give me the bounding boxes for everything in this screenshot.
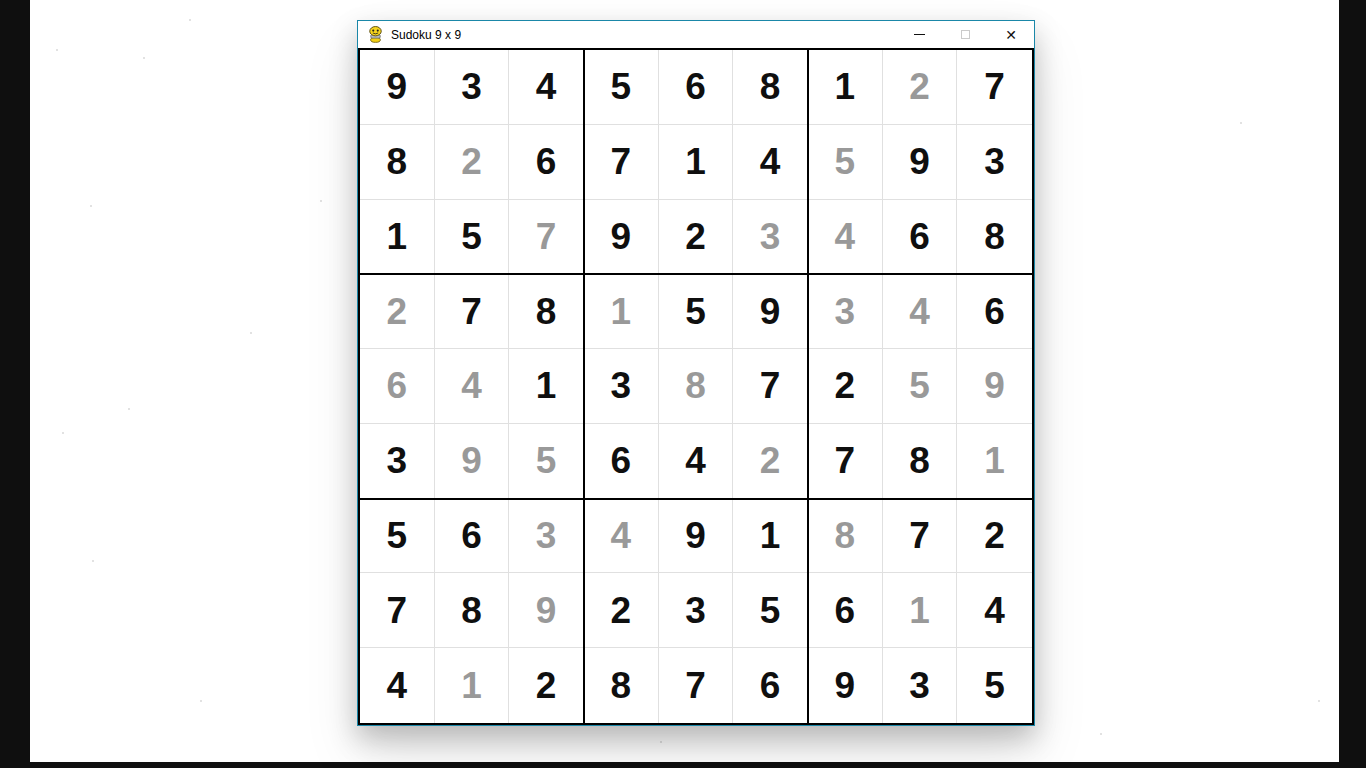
- cell-r6c4[interactable]: 6: [584, 424, 659, 499]
- cell-digit: 3: [835, 293, 856, 330]
- cell-r4c9[interactable]: 6: [957, 274, 1032, 349]
- cell-r7c9[interactable]: 2: [957, 499, 1032, 574]
- cell-digit: 7: [984, 68, 1005, 105]
- cell-r5c8[interactable]: 5: [883, 349, 958, 424]
- desktop-speck: [200, 700, 202, 702]
- cell-r2c3[interactable]: 6: [509, 125, 584, 200]
- desktop-speck: [92, 560, 94, 562]
- cell-digit: 6: [461, 517, 482, 554]
- cell-digit: 3: [685, 592, 706, 629]
- pygame-snake-icon: [367, 26, 384, 43]
- sudoku-board: 9345681278267145931579234682781593466413…: [358, 48, 1034, 725]
- close-button[interactable]: ✕: [988, 21, 1034, 48]
- cell-r6c2[interactable]: 9: [435, 424, 510, 499]
- cell-r8c4[interactable]: 2: [584, 573, 659, 648]
- cell-digit: 4: [984, 592, 1005, 629]
- cell-r4c6[interactable]: 9: [733, 274, 808, 349]
- desktop-speck: [62, 432, 64, 434]
- cell-digit: 7: [835, 442, 856, 479]
- cell-r1c8[interactable]: 2: [883, 50, 958, 125]
- cell-digit: 6: [984, 293, 1005, 330]
- cell-digit: 8: [387, 143, 408, 180]
- desktop-speck: [250, 332, 252, 334]
- cell-r9c6[interactable]: 6: [733, 648, 808, 723]
- cell-digit: 1: [387, 218, 408, 255]
- cell-digit: 2: [536, 667, 557, 704]
- cell-r2c8[interactable]: 9: [883, 125, 958, 200]
- cell-digit: 8: [685, 367, 706, 404]
- cell-r6c9[interactable]: 1: [957, 424, 1032, 499]
- cell-digit: 9: [611, 218, 632, 255]
- cell-digit: 9: [984, 367, 1005, 404]
- cell-r1c9[interactable]: 7: [957, 50, 1032, 125]
- cell-r1c4[interactable]: 5: [584, 50, 659, 125]
- box-line-vertical-1: [583, 50, 585, 723]
- cell-digit: 3: [536, 517, 557, 554]
- screen-edge-right-bar: [1339, 0, 1366, 768]
- cell-r8c1[interactable]: 7: [360, 573, 435, 648]
- cell-digit: 7: [611, 143, 632, 180]
- cell-r5c1[interactable]: 6: [360, 349, 435, 424]
- cell-r3c5[interactable]: 2: [659, 200, 734, 275]
- cell-r1c7[interactable]: 1: [808, 50, 883, 125]
- cell-r6c7[interactable]: 7: [808, 424, 883, 499]
- cell-digit: 2: [685, 218, 706, 255]
- cell-r5c5[interactable]: 8: [659, 349, 734, 424]
- cell-digit: 5: [909, 367, 930, 404]
- cell-r5c2[interactable]: 4: [435, 349, 510, 424]
- cell-r8c8[interactable]: 1: [883, 573, 958, 648]
- cell-digit: 5: [685, 293, 706, 330]
- cell-digit: 2: [909, 68, 930, 105]
- desktop-speck: [660, 741, 662, 743]
- cell-r9c8[interactable]: 3: [883, 648, 958, 723]
- desktop-speck: [90, 205, 92, 207]
- sudoku-grid: 9345681278267145931579234682781593466413…: [360, 50, 1032, 723]
- cell-digit: 7: [685, 667, 706, 704]
- sudoku-window: Sudoku 9 x 9 ✕ 9345681278267145931579234…: [357, 20, 1035, 726]
- cell-digit: 3: [461, 68, 482, 105]
- cell-digit: 5: [835, 143, 856, 180]
- cell-r4c2[interactable]: 7: [435, 274, 510, 349]
- cell-r2c1[interactable]: 8: [360, 125, 435, 200]
- cell-digit: 5: [536, 442, 557, 479]
- cell-digit: 9: [536, 592, 557, 629]
- cell-digit: 5: [461, 218, 482, 255]
- cell-r3c3[interactable]: 7: [509, 200, 584, 275]
- desktop-speck: [189, 19, 191, 21]
- cell-r9c2[interactable]: 1: [435, 648, 510, 723]
- cell-r1c1[interactable]: 9: [360, 50, 435, 125]
- cell-digit: 4: [685, 442, 706, 479]
- cell-digit: 4: [536, 68, 557, 105]
- cell-digit: 1: [611, 293, 632, 330]
- cell-r8c3[interactable]: 9: [509, 573, 584, 648]
- cell-r3c8[interactable]: 6: [883, 200, 958, 275]
- cell-r2c5[interactable]: 1: [659, 125, 734, 200]
- cell-r2c2[interactable]: 2: [435, 125, 510, 200]
- cell-digit: 2: [984, 517, 1005, 554]
- cell-r2c4[interactable]: 7: [584, 125, 659, 200]
- cell-digit: 8: [835, 517, 856, 554]
- cell-r3c6[interactable]: 3: [733, 200, 808, 275]
- cell-digit: 1: [685, 143, 706, 180]
- cell-digit: 7: [536, 218, 557, 255]
- cell-r4c5[interactable]: 5: [659, 274, 734, 349]
- cell-digit: 1: [760, 517, 781, 554]
- cell-r5c7[interactable]: 2: [808, 349, 883, 424]
- box-line-vertical-2: [807, 50, 809, 723]
- cell-r6c1[interactable]: 3: [360, 424, 435, 499]
- cell-digit: 6: [835, 592, 856, 629]
- cell-r8c6[interactable]: 5: [733, 573, 808, 648]
- cell-r7c5[interactable]: 9: [659, 499, 734, 574]
- cell-digit: 4: [909, 293, 930, 330]
- cell-digit: 8: [760, 68, 781, 105]
- cell-digit: 9: [760, 293, 781, 330]
- cell-digit: 6: [685, 68, 706, 105]
- cell-digit: 1: [835, 68, 856, 105]
- cell-r9c5[interactable]: 7: [659, 648, 734, 723]
- screen-edge-left-bar: [0, 0, 30, 768]
- cell-digit: 2: [611, 592, 632, 629]
- titlebar[interactable]: Sudoku 9 x 9 ✕: [358, 21, 1034, 48]
- cell-digit: 5: [984, 667, 1005, 704]
- cell-r2c9[interactable]: 3: [957, 125, 1032, 200]
- cell-digit: 6: [611, 442, 632, 479]
- cell-digit: 4: [387, 667, 408, 704]
- cell-r6c5[interactable]: 4: [659, 424, 734, 499]
- cell-digit: 8: [984, 218, 1005, 255]
- cell-r8c7[interactable]: 6: [808, 573, 883, 648]
- cell-r8c9[interactable]: 4: [957, 573, 1032, 648]
- desktop-speck: [128, 408, 130, 410]
- cell-r6c3[interactable]: 5: [509, 424, 584, 499]
- cell-digit: 5: [760, 592, 781, 629]
- cell-digit: 9: [835, 667, 856, 704]
- cell-digit: 8: [536, 293, 557, 330]
- window-title: Sudoku 9 x 9: [391, 28, 461, 42]
- cell-r3c7[interactable]: 4: [808, 200, 883, 275]
- cell-r5c9[interactable]: 9: [957, 349, 1032, 424]
- cell-digit: 6: [536, 143, 557, 180]
- cell-digit: 6: [387, 367, 408, 404]
- cell-digit: 6: [909, 218, 930, 255]
- cell-r5c4[interactable]: 3: [584, 349, 659, 424]
- cell-digit: 7: [760, 367, 781, 404]
- cell-r9c3[interactable]: 2: [509, 648, 584, 723]
- window-controls: ✕: [896, 21, 1034, 48]
- cell-digit: 4: [611, 517, 632, 554]
- box-line-horizontal-2: [360, 498, 1032, 500]
- cell-digit: 4: [835, 218, 856, 255]
- cell-digit: 1: [909, 592, 930, 629]
- cell-digit: 5: [611, 68, 632, 105]
- cell-digit: 3: [909, 667, 930, 704]
- cell-r4c3[interactable]: 8: [509, 274, 584, 349]
- cell-r6c6[interactable]: 2: [733, 424, 808, 499]
- cell-r9c4[interactable]: 8: [584, 648, 659, 723]
- desktop-speck: [143, 57, 145, 59]
- cell-r9c7[interactable]: 9: [808, 648, 883, 723]
- cell-r7c6[interactable]: 1: [733, 499, 808, 574]
- cell-digit: 5: [387, 517, 408, 554]
- cell-digit: 2: [835, 367, 856, 404]
- desktop-speck: [1240, 122, 1242, 124]
- cell-r8c5[interactable]: 3: [659, 573, 734, 648]
- cell-r2c7[interactable]: 5: [808, 125, 883, 200]
- cell-digit: 3: [760, 218, 781, 255]
- cell-r4c1[interactable]: 2: [360, 274, 435, 349]
- maximize-button[interactable]: [942, 21, 988, 48]
- cell-digit: 3: [611, 367, 632, 404]
- cell-r2c6[interactable]: 4: [733, 125, 808, 200]
- cell-digit: 7: [909, 517, 930, 554]
- cell-r4c8[interactable]: 4: [883, 274, 958, 349]
- cell-r7c1[interactable]: 5: [360, 499, 435, 574]
- cell-r1c5[interactable]: 6: [659, 50, 734, 125]
- desktop-speck: [320, 200, 322, 202]
- desktop-speck: [56, 49, 58, 51]
- cell-digit: 7: [387, 592, 408, 629]
- minimize-button[interactable]: [896, 21, 942, 48]
- cell-r6c8[interactable]: 8: [883, 424, 958, 499]
- desktop-speck: [1100, 733, 1102, 735]
- cell-digit: 2: [387, 293, 408, 330]
- cell-digit: 8: [611, 667, 632, 704]
- cell-r4c4[interactable]: 1: [584, 274, 659, 349]
- cell-digit: 3: [387, 442, 408, 479]
- cell-digit: 3: [984, 143, 1005, 180]
- cell-digit: 1: [461, 667, 482, 704]
- cell-digit: 1: [536, 367, 557, 404]
- cell-r1c2[interactable]: 3: [435, 50, 510, 125]
- cell-r8c2[interactable]: 8: [435, 573, 510, 648]
- cell-r9c9[interactable]: 5: [957, 648, 1032, 723]
- cell-digit: 9: [387, 68, 408, 105]
- cell-digit: 4: [760, 143, 781, 180]
- cell-r7c2[interactable]: 6: [435, 499, 510, 574]
- cell-digit: 9: [909, 143, 930, 180]
- cell-digit: 2: [461, 143, 482, 180]
- cell-digit: 4: [461, 367, 482, 404]
- box-line-horizontal-1: [360, 273, 1032, 275]
- cell-r5c6[interactable]: 7: [733, 349, 808, 424]
- cell-digit: 7: [461, 293, 482, 330]
- cell-r7c7[interactable]: 8: [808, 499, 883, 574]
- cell-digit: 9: [461, 442, 482, 479]
- cell-digit: 8: [909, 442, 930, 479]
- cell-digit: 2: [760, 442, 781, 479]
- cell-r7c8[interactable]: 7: [883, 499, 958, 574]
- cell-digit: 1: [984, 442, 1005, 479]
- cell-r4c7[interactable]: 3: [808, 274, 883, 349]
- cell-digit: 8: [461, 592, 482, 629]
- cell-digit: 9: [685, 517, 706, 554]
- screen-edge-bottom-bar: [0, 762, 1366, 768]
- cell-r1c3[interactable]: 4: [509, 50, 584, 125]
- cell-r3c1[interactable]: 1: [360, 200, 435, 275]
- cell-r7c4[interactable]: 4: [584, 499, 659, 574]
- desktop-speck: [1318, 700, 1320, 702]
- cell-r7c3[interactable]: 3: [509, 499, 584, 574]
- cell-r1c6[interactable]: 8: [733, 50, 808, 125]
- cell-r5c3[interactable]: 1: [509, 349, 584, 424]
- cell-r3c9[interactable]: 8: [957, 200, 1032, 275]
- cell-digit: 6: [760, 667, 781, 704]
- cell-r3c4[interactable]: 9: [584, 200, 659, 275]
- cell-r9c1[interactable]: 4: [360, 648, 435, 723]
- cell-r3c2[interactable]: 5: [435, 200, 510, 275]
